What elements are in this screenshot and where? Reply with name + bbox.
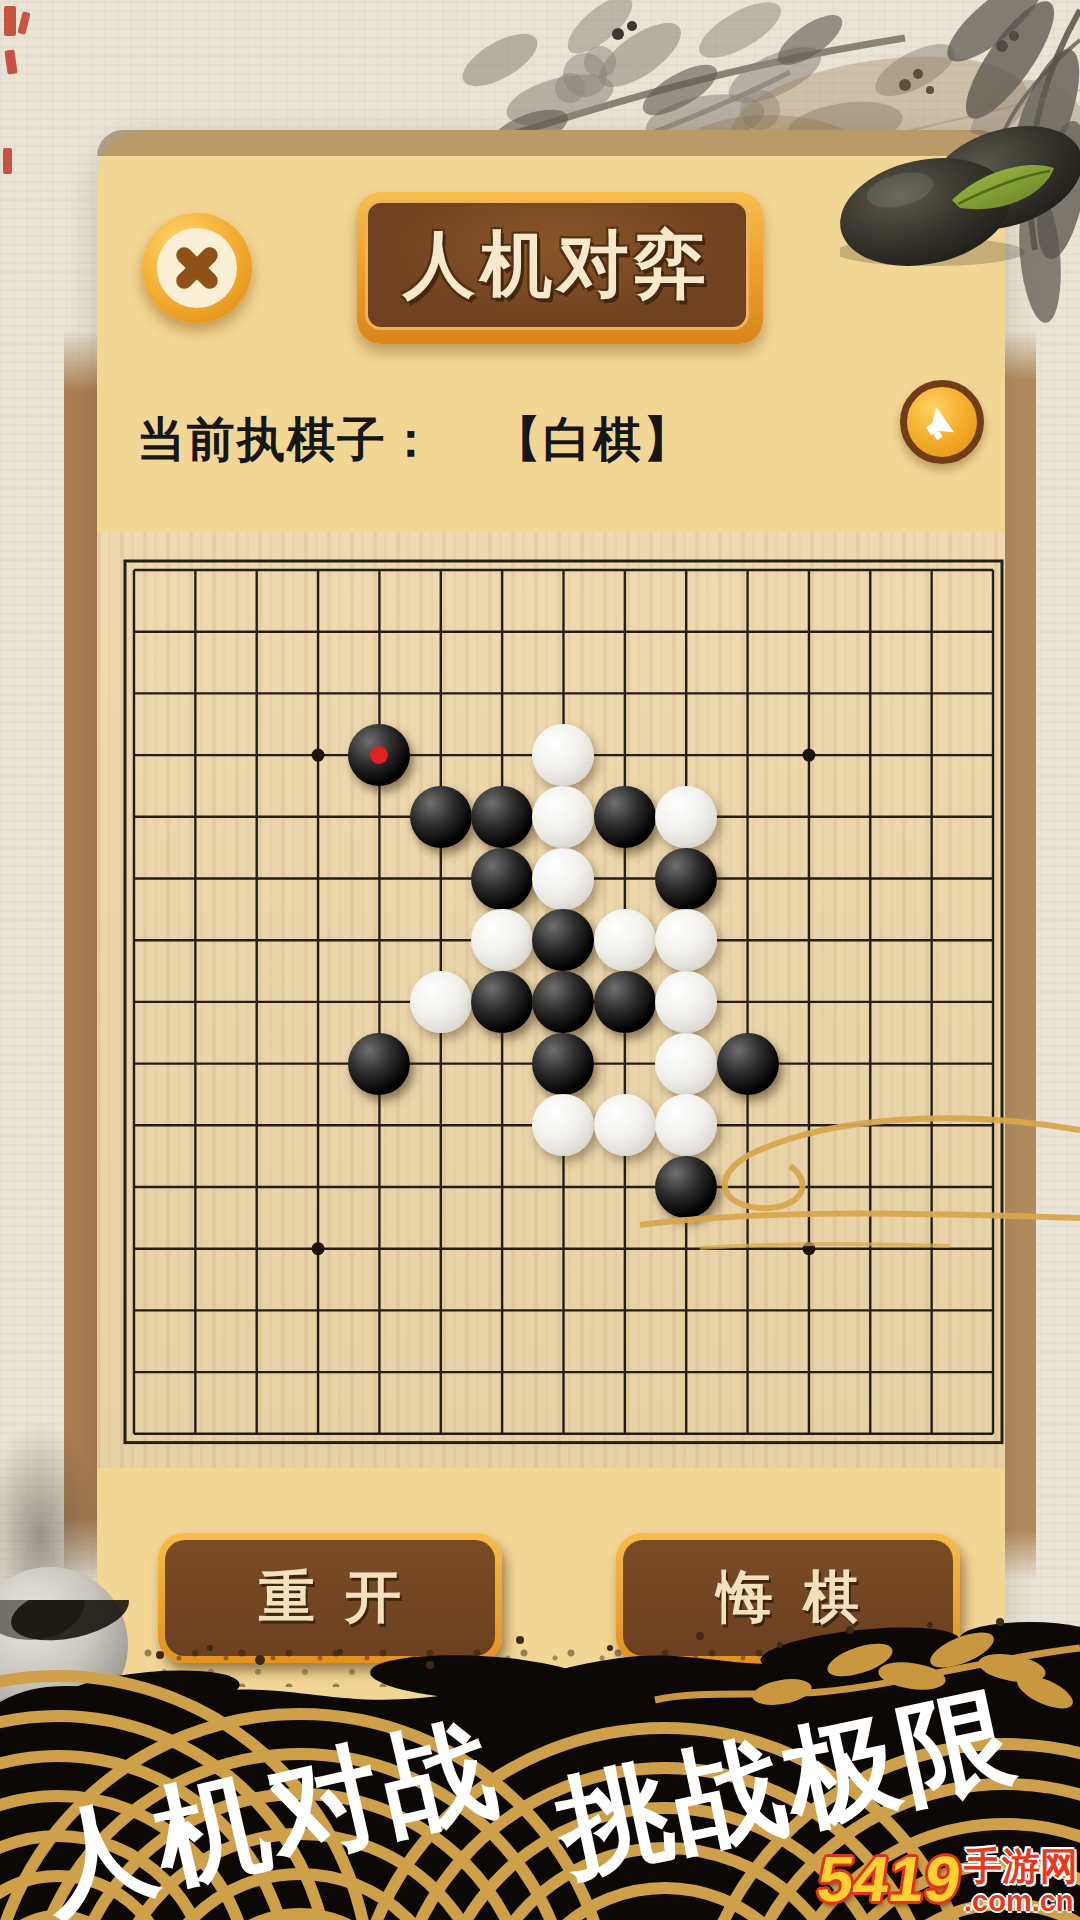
page-title: 人机对弈 — [403, 217, 711, 313]
board-grid[interactable] — [120, 556, 1008, 1448]
watermark-name: 手游网 — [964, 1847, 1078, 1885]
megaphone-icon — [919, 399, 965, 445]
star-point — [312, 1242, 325, 1255]
watermark-domain: .com.cn — [964, 1887, 1078, 1916]
status-value: 【白棋】 — [493, 413, 693, 466]
gold-swoosh-decoration — [560, 1080, 1080, 1280]
star-point — [312, 749, 325, 762]
close-button[interactable] — [142, 213, 252, 323]
decorative-stones — [840, 110, 1080, 280]
right-edge-shadow — [1005, 330, 1036, 1580]
left-edge-shadow — [64, 330, 98, 1580]
watermark: 5419 手游网 .com.cn — [818, 1847, 1078, 1916]
sound-button[interactable] — [900, 380, 984, 464]
watermark-number: 5419 — [813, 1847, 964, 1911]
title-plaque: 人机对弈 — [357, 192, 763, 344]
status-label: 当前执棋子： — [137, 413, 437, 466]
star-point — [802, 749, 815, 762]
status-row: 当前执棋子：【白棋】 — [137, 408, 693, 472]
close-icon — [157, 228, 237, 308]
star-point — [557, 995, 570, 1008]
